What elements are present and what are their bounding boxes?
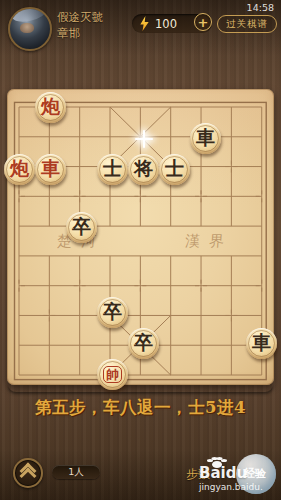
xiangqi-board[interactable]: 楚河 漢界 炮車炮車士将士卒卒卒車帥 <box>7 89 274 393</box>
piece-disc: 卒 <box>66 212 97 243</box>
watermark-brand-cn: 经验 <box>244 466 266 481</box>
lightning-icon <box>139 16 150 31</box>
piece-red-rook[interactable]: 車 <box>35 154 66 185</box>
stage-records-button[interactable]: 过关棋谱 <box>217 15 277 33</box>
piece-disc: 車 <box>35 154 66 185</box>
piece-black-rook[interactable]: 車 <box>246 328 277 359</box>
piece-glyph: 将 <box>134 159 153 178</box>
piece-disc: 車 <box>246 328 277 359</box>
piece-glyph: 炮 <box>41 97 60 116</box>
piece-glyph: 士 <box>165 159 184 178</box>
piece-black-rook[interactable]: 車 <box>190 123 221 154</box>
piece-disc: 炮 <box>4 154 35 185</box>
piece-black-general[interactable]: 将 <box>128 154 159 185</box>
level-name: 假途灭虢 <box>57 10 103 25</box>
piece-disc: 将 <box>128 154 159 185</box>
piece-glyph: 炮 <box>10 159 29 178</box>
collapse-button[interactable] <box>13 458 43 488</box>
piece-glyph: 卒 <box>134 333 153 352</box>
app-screen: 14:58 假途灭虢 章邯 100 + 过关棋谱 楚河 漢界 炮車炮車士将士卒卒… <box>0 0 281 500</box>
move-caption: 第五步，车八退一，士5进4 <box>0 397 281 419</box>
piece-disc: 車 <box>190 123 221 154</box>
add-energy-button[interactable]: + <box>194 13 212 31</box>
piece-disc: 炮 <box>35 92 66 123</box>
piece-disc: 士 <box>97 154 128 185</box>
status-clock: 14:58 <box>247 2 274 13</box>
piece-glyph: 車 <box>252 333 271 352</box>
avatar[interactable] <box>8 7 52 51</box>
sparkle-icon <box>135 130 153 148</box>
piece-disc: 卒 <box>97 297 128 328</box>
piece-glyph: 士 <box>103 159 122 178</box>
piece-glyph: 帥 <box>103 366 122 383</box>
paw-icon <box>212 461 222 468</box>
piece-glyph: 車 <box>196 128 215 147</box>
piece-red-cannon[interactable]: 炮 <box>4 154 35 185</box>
piece-glyph: 卒 <box>103 302 122 321</box>
piece-disc: 帥 <box>97 359 128 390</box>
piece-black-pawn[interactable]: 卒 <box>128 328 159 359</box>
piece-disc: 士 <box>159 154 190 185</box>
watermark-url: jingyan.baidu. <box>199 482 263 492</box>
piece-black-advisor[interactable]: 士 <box>159 154 190 185</box>
piece-black-pawn[interactable]: 卒 <box>97 297 128 328</box>
watermark-brand: Baidu <box>199 464 247 482</box>
energy-value: 100 <box>155 17 177 31</box>
piece-disc: 卒 <box>128 328 159 359</box>
players-count-badge: 1人 <box>52 465 100 479</box>
piece-black-advisor[interactable]: 士 <box>97 154 128 185</box>
piece-red-cannon[interactable]: 炮 <box>35 92 66 123</box>
piece-grid[interactable]: 炮車炮車士将士卒卒卒車帥 <box>4 92 277 390</box>
last-move-sparkle <box>128 123 159 154</box>
piece-red-general[interactable]: 帥 <box>97 359 128 390</box>
piece-glyph: 卒 <box>72 217 91 236</box>
piece-black-pawn[interactable]: 卒 <box>66 212 97 243</box>
piece-glyph: 車 <box>41 159 60 178</box>
opponent-name: 章邯 <box>57 26 80 41</box>
